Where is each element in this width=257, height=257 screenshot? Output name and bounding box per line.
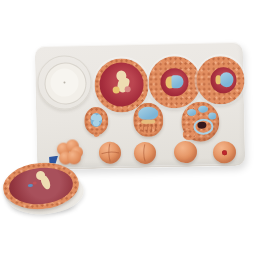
- blue-patch: [208, 112, 216, 119]
- cleavage-4-cell: [99, 141, 121, 163]
- uterine-cavity: [99, 62, 144, 107]
- bottom-lobe: [182, 129, 195, 140]
- blastocyst-blue: [90, 113, 102, 127]
- fetus-body: [39, 175, 53, 191]
- cleavage-furrows: [99, 141, 121, 163]
- implanting-blastocyst: [84, 107, 109, 135]
- cleavage-furrow: [134, 142, 156, 164]
- zygote: [174, 141, 197, 163]
- blue-patch: [198, 106, 208, 113]
- opened-blastocyst: [181, 101, 220, 142]
- uterine-cavity: [210, 67, 237, 94]
- cleavage-2-cell: [134, 142, 156, 164]
- red-spot: [222, 150, 227, 155]
- yolk-crescent: [215, 75, 220, 84]
- morula-stage: [57, 139, 84, 165]
- uterine-cavity: [160, 68, 189, 97]
- amnion-blue: [171, 75, 183, 88]
- uterine-cavity: [8, 165, 75, 206]
- yolk-sac: [113, 86, 120, 93]
- cell-bump: [67, 150, 81, 164]
- fetus-limb: [125, 86, 131, 92]
- dish-center-dot: [63, 82, 65, 84]
- striations: [139, 124, 157, 133]
- tail-lobe: [94, 131, 100, 137]
- embryo-germ-layers: [133, 103, 164, 138]
- umbilical-vein-blue: [28, 184, 33, 187]
- uterus-disc-embryo-sac: [148, 56, 201, 109]
- blue-cap: [138, 107, 158, 120]
- ovum-with-red-spot: [213, 141, 236, 163]
- baseboard: [35, 42, 246, 170]
- embryo-blue: [219, 72, 233, 87]
- uterus-disc-implanted-embryo: [196, 56, 245, 105]
- umbilical-artery-red: [33, 181, 37, 184]
- blue-patch: [187, 109, 196, 116]
- empty-dish: [37, 55, 92, 110]
- product-photo: [0, 0, 257, 257]
